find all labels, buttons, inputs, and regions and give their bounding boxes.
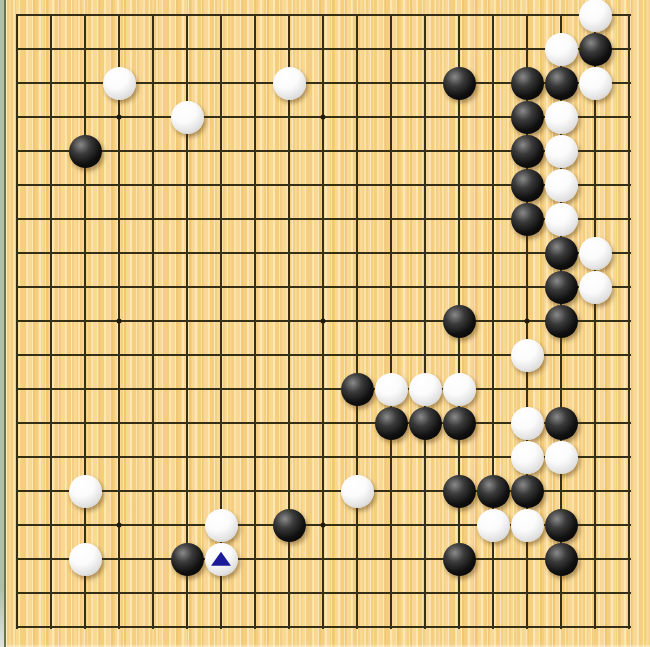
intersection[interactable] [102,66,136,100]
intersection[interactable] [136,66,170,100]
intersection[interactable] [238,508,272,542]
intersection[interactable] [340,202,374,236]
white-stone[interactable] [579,271,612,304]
intersection[interactable] [340,236,374,270]
intersection[interactable] [170,0,204,32]
intersection[interactable] [238,576,272,610]
intersection[interactable] [408,508,442,542]
intersection[interactable] [306,202,340,236]
intersection[interactable] [612,168,646,202]
intersection[interactable] [272,576,306,610]
intersection[interactable] [306,236,340,270]
intersection[interactable] [408,134,442,168]
intersection[interactable] [578,304,612,338]
intersection[interactable] [578,134,612,168]
intersection[interactable] [170,440,204,474]
intersection[interactable] [408,100,442,134]
intersection[interactable] [34,134,68,168]
black-stone[interactable] [511,475,544,508]
intersection[interactable] [544,406,578,440]
intersection[interactable] [510,304,544,338]
intersection[interactable] [68,474,102,508]
intersection[interactable] [578,440,612,474]
white-stone[interactable] [545,33,578,66]
intersection[interactable] [136,32,170,66]
intersection[interactable] [170,100,204,134]
intersection[interactable] [238,0,272,32]
intersection[interactable] [136,134,170,168]
intersection[interactable] [272,440,306,474]
intersection[interactable] [544,202,578,236]
intersection[interactable] [578,32,612,66]
intersection[interactable] [408,338,442,372]
white-stone[interactable] [511,407,544,440]
intersection[interactable] [374,236,408,270]
intersection[interactable] [340,372,374,406]
intersection[interactable] [476,100,510,134]
intersection[interactable] [476,236,510,270]
black-stone[interactable] [545,407,578,440]
intersection[interactable] [442,134,476,168]
intersection[interactable] [578,168,612,202]
intersection[interactable] [306,338,340,372]
intersection[interactable] [136,542,170,576]
intersection[interactable] [136,372,170,406]
intersection[interactable] [544,542,578,576]
intersection[interactable] [34,66,68,100]
intersection[interactable] [170,406,204,440]
intersection[interactable] [612,134,646,168]
intersection[interactable] [34,100,68,134]
intersection[interactable] [442,576,476,610]
intersection[interactable] [408,304,442,338]
intersection[interactable] [34,474,68,508]
intersection[interactable] [204,134,238,168]
black-stone[interactable] [443,475,476,508]
intersection[interactable] [34,236,68,270]
intersection[interactable] [34,576,68,610]
intersection[interactable] [68,202,102,236]
intersection[interactable] [510,32,544,66]
intersection[interactable] [612,610,646,644]
intersection[interactable] [340,304,374,338]
intersection[interactable] [170,372,204,406]
intersection[interactable] [476,134,510,168]
intersection[interactable] [408,372,442,406]
intersection[interactable] [544,134,578,168]
intersection[interactable] [374,542,408,576]
white-stone[interactable] [341,475,374,508]
intersection[interactable] [272,168,306,202]
intersection[interactable] [238,236,272,270]
intersection[interactable] [204,338,238,372]
intersection[interactable] [544,508,578,542]
intersection[interactable] [238,406,272,440]
intersection[interactable] [544,32,578,66]
intersection[interactable] [442,508,476,542]
intersection[interactable] [272,610,306,644]
intersection[interactable] [102,372,136,406]
intersection[interactable] [612,372,646,406]
intersection[interactable] [442,202,476,236]
intersection[interactable] [306,372,340,406]
intersection[interactable] [306,134,340,168]
intersection[interactable] [68,236,102,270]
intersection[interactable] [204,406,238,440]
black-stone[interactable] [511,101,544,134]
intersection[interactable] [476,66,510,100]
intersection[interactable] [204,66,238,100]
intersection[interactable] [408,32,442,66]
intersection[interactable] [204,304,238,338]
intersection[interactable] [68,66,102,100]
black-stone[interactable] [511,135,544,168]
intersection[interactable] [510,542,544,576]
intersection[interactable] [612,576,646,610]
intersection[interactable] [476,508,510,542]
white-stone[interactable] [579,0,612,32]
intersection[interactable] [170,338,204,372]
intersection[interactable] [170,270,204,304]
intersection[interactable] [68,372,102,406]
intersection[interactable] [306,610,340,644]
intersection[interactable] [374,66,408,100]
intersection[interactable] [510,508,544,542]
black-stone[interactable] [545,271,578,304]
intersection[interactable] [476,576,510,610]
white-stone[interactable] [579,67,612,100]
intersection[interactable] [408,440,442,474]
intersection[interactable] [340,406,374,440]
intersection[interactable] [306,508,340,542]
white-stone[interactable] [443,373,476,406]
intersection[interactable] [612,304,646,338]
intersection[interactable] [136,406,170,440]
intersection[interactable] [68,542,102,576]
intersection[interactable] [510,440,544,474]
intersection[interactable] [476,202,510,236]
intersection[interactable] [442,406,476,440]
intersection[interactable] [102,406,136,440]
intersection[interactable] [408,202,442,236]
intersection[interactable] [408,66,442,100]
intersection[interactable] [170,542,204,576]
intersection[interactable] [238,338,272,372]
intersection[interactable] [102,270,136,304]
intersection[interactable] [510,338,544,372]
intersection[interactable] [544,100,578,134]
intersection[interactable] [102,0,136,32]
white-stone[interactable] [545,135,578,168]
intersection[interactable] [170,236,204,270]
intersection[interactable] [204,508,238,542]
intersection[interactable] [544,440,578,474]
intersection[interactable] [476,270,510,304]
intersection[interactable] [374,202,408,236]
intersection[interactable] [612,66,646,100]
intersection[interactable] [306,304,340,338]
intersection[interactable] [34,168,68,202]
intersection[interactable] [374,406,408,440]
intersection[interactable] [68,0,102,32]
intersection[interactable] [544,0,578,32]
intersection[interactable] [102,32,136,66]
intersection[interactable] [170,202,204,236]
intersection[interactable] [204,168,238,202]
intersection[interactable] [272,338,306,372]
intersection[interactable] [510,100,544,134]
intersection[interactable] [34,32,68,66]
intersection[interactable] [34,270,68,304]
intersection[interactable] [510,372,544,406]
black-stone[interactable] [375,407,408,440]
intersection[interactable] [476,304,510,338]
intersection[interactable] [204,440,238,474]
intersection[interactable] [204,236,238,270]
intersection[interactable] [238,610,272,644]
intersection[interactable] [578,338,612,372]
intersection[interactable] [102,474,136,508]
intersection[interactable] [102,610,136,644]
intersection[interactable] [306,576,340,610]
intersection[interactable] [170,168,204,202]
white-stone[interactable] [477,509,510,542]
intersection[interactable] [510,66,544,100]
intersection[interactable] [340,100,374,134]
intersection[interactable] [476,406,510,440]
intersection[interactable] [408,0,442,32]
intersection[interactable] [34,440,68,474]
intersection[interactable] [442,304,476,338]
intersection[interactable] [442,168,476,202]
intersection[interactable] [170,610,204,644]
white-stone[interactable] [545,101,578,134]
intersection[interactable] [170,576,204,610]
intersection[interactable] [272,134,306,168]
intersection[interactable] [136,304,170,338]
intersection[interactable] [374,32,408,66]
intersection[interactable] [510,576,544,610]
intersection[interactable] [136,610,170,644]
intersection[interactable] [34,0,68,32]
intersection[interactable] [238,440,272,474]
intersection[interactable] [136,202,170,236]
intersection[interactable] [374,474,408,508]
intersection[interactable] [544,168,578,202]
intersection[interactable] [408,474,442,508]
intersection[interactable] [476,32,510,66]
intersection[interactable] [510,0,544,32]
intersection[interactable] [442,270,476,304]
black-stone[interactable] [443,305,476,338]
intersection[interactable] [34,610,68,644]
intersection[interactable] [68,508,102,542]
intersection[interactable] [442,0,476,32]
intersection[interactable] [272,304,306,338]
intersection[interactable] [612,236,646,270]
intersection[interactable] [136,576,170,610]
white-stone[interactable] [545,169,578,202]
intersection[interactable] [136,338,170,372]
intersection[interactable] [374,508,408,542]
black-stone[interactable] [477,475,510,508]
white-stone[interactable] [69,475,102,508]
intersection[interactable] [272,66,306,100]
intersection[interactable] [34,542,68,576]
intersection[interactable] [612,0,646,32]
intersection[interactable] [170,134,204,168]
intersection[interactable] [612,406,646,440]
intersection[interactable] [578,610,612,644]
intersection[interactable] [476,168,510,202]
intersection[interactable] [306,168,340,202]
intersection[interactable] [272,0,306,32]
intersection[interactable] [340,440,374,474]
intersection[interactable] [238,134,272,168]
white-stone[interactable] [545,441,578,474]
intersection[interactable] [68,270,102,304]
intersection[interactable] [544,236,578,270]
intersection[interactable] [612,100,646,134]
intersection[interactable] [374,270,408,304]
intersection[interactable] [544,270,578,304]
intersection[interactable] [340,610,374,644]
intersection[interactable] [340,338,374,372]
intersection[interactable] [408,236,442,270]
intersection[interactable] [442,372,476,406]
intersection[interactable] [34,406,68,440]
intersection[interactable] [510,236,544,270]
intersection[interactable] [34,202,68,236]
intersection[interactable] [238,474,272,508]
intersection[interactable] [136,508,170,542]
intersection[interactable] [476,372,510,406]
intersection[interactable] [102,134,136,168]
intersection[interactable] [68,304,102,338]
intersection[interactable] [102,202,136,236]
intersection[interactable] [612,508,646,542]
intersection[interactable] [578,372,612,406]
intersection[interactable] [306,0,340,32]
intersection[interactable] [510,610,544,644]
intersection[interactable] [34,508,68,542]
black-stone[interactable] [443,67,476,100]
intersection[interactable] [408,406,442,440]
intersection[interactable] [374,576,408,610]
black-stone[interactable] [443,543,476,576]
intersection[interactable] [204,576,238,610]
intersection[interactable] [408,576,442,610]
intersection[interactable] [238,372,272,406]
intersection[interactable] [170,508,204,542]
black-stone[interactable] [545,67,578,100]
black-stone[interactable] [443,407,476,440]
intersection[interactable] [510,134,544,168]
intersection[interactable] [578,508,612,542]
intersection[interactable] [374,338,408,372]
intersection[interactable] [136,474,170,508]
intersection[interactable] [578,542,612,576]
black-stone[interactable] [511,67,544,100]
intersection[interactable] [102,168,136,202]
intersection[interactable] [204,474,238,508]
intersection[interactable] [306,474,340,508]
intersection[interactable] [170,304,204,338]
intersection[interactable] [442,440,476,474]
intersection[interactable] [340,474,374,508]
intersection[interactable] [306,66,340,100]
intersection[interactable] [578,100,612,134]
intersection[interactable] [510,270,544,304]
intersection[interactable] [102,304,136,338]
white-stone[interactable] [273,67,306,100]
intersection[interactable] [442,542,476,576]
intersection[interactable] [306,270,340,304]
intersection[interactable] [272,508,306,542]
black-stone[interactable] [341,373,374,406]
intersection[interactable] [510,406,544,440]
black-stone[interactable] [511,169,544,202]
intersection[interactable] [102,440,136,474]
intersection[interactable] [136,440,170,474]
intersection[interactable] [612,270,646,304]
intersection[interactable] [612,440,646,474]
intersection[interactable] [136,236,170,270]
intersection[interactable] [510,202,544,236]
intersection[interactable] [238,32,272,66]
intersection[interactable] [408,610,442,644]
intersection[interactable] [272,32,306,66]
intersection[interactable] [374,304,408,338]
black-stone[interactable] [545,543,578,576]
intersection[interactable] [476,542,510,576]
intersection[interactable] [68,134,102,168]
intersection[interactable] [272,236,306,270]
intersection[interactable] [34,372,68,406]
intersection[interactable] [374,134,408,168]
intersection[interactable] [306,100,340,134]
intersection[interactable] [476,474,510,508]
intersection[interactable] [238,270,272,304]
intersection[interactable] [510,474,544,508]
intersection[interactable] [544,576,578,610]
intersection[interactable] [578,66,612,100]
black-stone[interactable] [545,509,578,542]
intersection[interactable] [136,168,170,202]
intersection[interactable] [340,0,374,32]
white-stone[interactable] [205,543,238,576]
intersection[interactable] [204,372,238,406]
intersection[interactable] [272,372,306,406]
intersection[interactable] [578,576,612,610]
intersection[interactable] [374,0,408,32]
white-stone[interactable] [205,509,238,542]
intersection[interactable] [476,338,510,372]
intersection[interactable] [340,270,374,304]
white-stone[interactable] [511,509,544,542]
intersection[interactable] [68,100,102,134]
intersection[interactable] [136,100,170,134]
intersection[interactable] [442,32,476,66]
intersection[interactable] [306,440,340,474]
intersection[interactable] [442,66,476,100]
intersection[interactable] [238,66,272,100]
intersection[interactable] [578,202,612,236]
black-stone[interactable] [511,203,544,236]
intersection[interactable] [306,406,340,440]
intersection[interactable] [306,542,340,576]
intersection[interactable] [238,100,272,134]
